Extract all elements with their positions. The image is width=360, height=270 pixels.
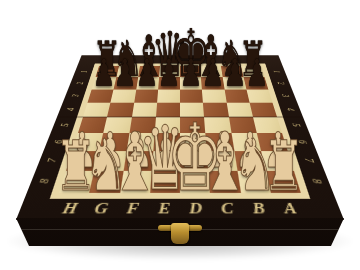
square-f5 xyxy=(129,117,156,133)
square-g8 xyxy=(89,171,123,193)
file-label-h: H xyxy=(51,199,88,219)
square-a4 xyxy=(249,102,277,117)
square-e8 xyxy=(150,171,180,193)
square-d4 xyxy=(180,102,204,117)
square-a7 xyxy=(261,151,294,171)
square-e1 xyxy=(159,66,180,77)
file-label-b: B xyxy=(241,199,276,219)
square-a2 xyxy=(243,77,268,89)
brass-clasp xyxy=(158,221,202,247)
square-e3 xyxy=(157,89,180,102)
rank-label-3: 3 xyxy=(274,89,297,102)
square-c3 xyxy=(202,89,226,102)
square-c7 xyxy=(207,151,237,171)
square-a3 xyxy=(246,89,272,102)
square-c6 xyxy=(206,133,234,151)
square-g3 xyxy=(111,89,136,102)
square-f2 xyxy=(136,77,159,89)
square-g7 xyxy=(95,151,127,171)
square-h1 xyxy=(95,66,119,77)
board-fold-seam xyxy=(59,116,301,117)
square-h4 xyxy=(83,102,111,117)
square-a1 xyxy=(241,66,265,77)
chess-board: HGFEDCBA 12345678 12345678 xyxy=(16,55,344,220)
square-d1 xyxy=(180,66,201,77)
chess-set-photo: HGFEDCBA 12345678 12345678 ♜♞♝♛♚♝♞♜♟♟♟♟♟… xyxy=(0,0,360,270)
square-e4 xyxy=(156,102,180,117)
square-a8 xyxy=(265,171,300,193)
rank-label-1: 1 xyxy=(73,66,94,77)
square-c1 xyxy=(200,66,222,77)
square-d5 xyxy=(180,117,206,133)
square-b3 xyxy=(224,89,249,102)
file-label-d: D xyxy=(180,199,212,219)
file-labels: HGFEDCBA xyxy=(51,199,309,219)
square-f3 xyxy=(134,89,158,102)
rank-label-6: 6 xyxy=(288,133,316,151)
square-d7 xyxy=(180,151,208,171)
square-e5 xyxy=(154,117,180,133)
square-f6 xyxy=(126,133,154,151)
file-label-g: G xyxy=(83,199,118,219)
square-f1 xyxy=(138,66,160,77)
square-d2 xyxy=(180,77,202,89)
square-g5 xyxy=(103,117,131,133)
square-c4 xyxy=(203,102,228,117)
file-label-a: A xyxy=(272,199,309,219)
square-c8 xyxy=(208,171,240,193)
square-h2 xyxy=(92,77,117,89)
rank-label-1: 1 xyxy=(266,66,287,77)
square-c5 xyxy=(204,117,231,133)
square-d8 xyxy=(180,171,210,193)
file-label-c: C xyxy=(211,199,245,219)
square-b2 xyxy=(222,77,246,89)
square-e6 xyxy=(153,133,180,151)
square-e2 xyxy=(158,77,180,89)
square-a5 xyxy=(253,117,282,133)
rank-label-4: 4 xyxy=(278,102,303,117)
square-f7 xyxy=(123,151,153,171)
square-b1 xyxy=(221,66,244,77)
square-h3 xyxy=(88,89,114,102)
file-label-e: E xyxy=(148,199,180,219)
rank-label-2: 2 xyxy=(270,77,292,89)
square-g1 xyxy=(117,66,140,77)
square-g2 xyxy=(114,77,138,89)
rank-label-5: 5 xyxy=(283,117,309,133)
square-g6 xyxy=(99,133,129,151)
square-b4 xyxy=(226,102,253,117)
square-d6 xyxy=(180,133,207,151)
square-g4 xyxy=(107,102,134,117)
square-b5 xyxy=(229,117,257,133)
square-e7 xyxy=(152,151,180,171)
square-f4 xyxy=(132,102,157,117)
file-label-f: F xyxy=(116,199,150,219)
square-a6 xyxy=(257,133,288,151)
board-grid xyxy=(59,66,301,193)
square-d3 xyxy=(180,89,203,102)
square-c2 xyxy=(201,77,224,89)
square-f8 xyxy=(120,171,152,193)
clasp-plate xyxy=(171,223,189,244)
